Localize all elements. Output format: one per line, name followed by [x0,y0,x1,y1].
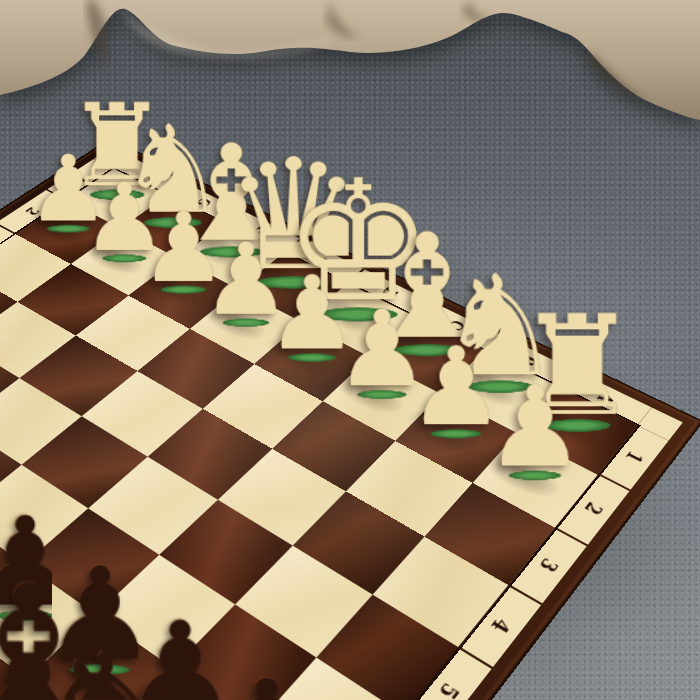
rank-label-text: 3 [534,554,564,576]
photo-scene: HGFEDCBAHGFEDCBA1234567812345678♜♞♝♛♚♝♞♜… [0,0,700,700]
chess-board: HGFEDCBAHGFEDCBA1234567812345678♜♞♝♛♚♝♞♜… [0,138,700,700]
file-label-text: A [592,389,619,407]
file-label-text: B [516,352,543,370]
rank-label-text: 2 [579,499,608,519]
file-label-text: C [444,317,470,333]
rank-label-text: 4 [485,614,516,638]
rank-label-text: 1 [620,448,648,467]
file-label-text: D [376,284,402,300]
file-label-text: E [312,254,336,268]
linen-fabric [0,0,700,170]
file-label-text: G [192,196,215,209]
file-label-text: H [136,169,160,182]
file-label-text: F [251,224,274,237]
rank-label-text: 5 [432,678,464,700]
